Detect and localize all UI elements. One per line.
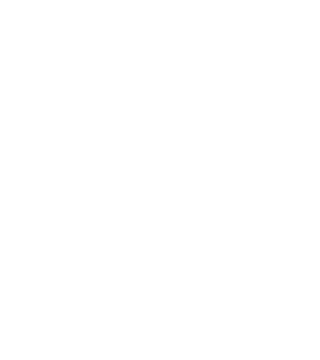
- diagram-title: [0, 0, 320, 18]
- chess-diagram: [0, 0, 320, 341]
- move-prompt: [0, 338, 320, 341]
- chess-board: [0, 18, 320, 338]
